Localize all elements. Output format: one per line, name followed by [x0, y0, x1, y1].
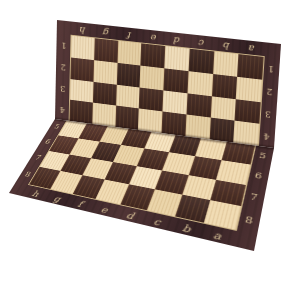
square-c2[interactable] [187, 71, 212, 96]
square-e4[interactable] [138, 109, 162, 133]
square-h4[interactable] [69, 100, 92, 124]
square-d3[interactable] [162, 90, 187, 115]
square-h2[interactable] [70, 57, 93, 81]
square-e2[interactable] [140, 65, 165, 90]
square-g3[interactable] [93, 81, 117, 105]
square-h3[interactable] [70, 79, 93, 103]
square-f2[interactable] [116, 63, 140, 87]
square-g4[interactable] [92, 103, 116, 127]
square-h1[interactable] [71, 36, 95, 60]
square-f1[interactable] [117, 41, 141, 66]
square-c3[interactable] [186, 93, 211, 118]
square-e3[interactable] [139, 87, 163, 112]
square-g2[interactable] [93, 60, 117, 84]
square-a2[interactable] [236, 77, 262, 102]
square-a1[interactable] [237, 54, 263, 79]
square-b3[interactable] [210, 96, 236, 121]
square-f4[interactable] [115, 106, 139, 130]
square-a4[interactable] [233, 121, 259, 146]
square-d1[interactable] [164, 46, 189, 71]
square-f3[interactable] [116, 84, 140, 108]
square-b2[interactable] [212, 74, 238, 99]
square-e1[interactable] [141, 43, 166, 68]
square-d2[interactable] [163, 68, 188, 93]
square-d4[interactable] [162, 112, 187, 137]
square-g1[interactable] [94, 38, 118, 62]
chessboard-photo: hgfedcba11223344 hgfedcba55667788 [0, 0, 285, 285]
square-c1[interactable] [188, 49, 214, 74]
square-c4[interactable] [185, 115, 210, 140]
square-b4[interactable] [209, 118, 235, 143]
square-a3[interactable] [235, 99, 261, 124]
square-b1[interactable] [213, 51, 239, 76]
